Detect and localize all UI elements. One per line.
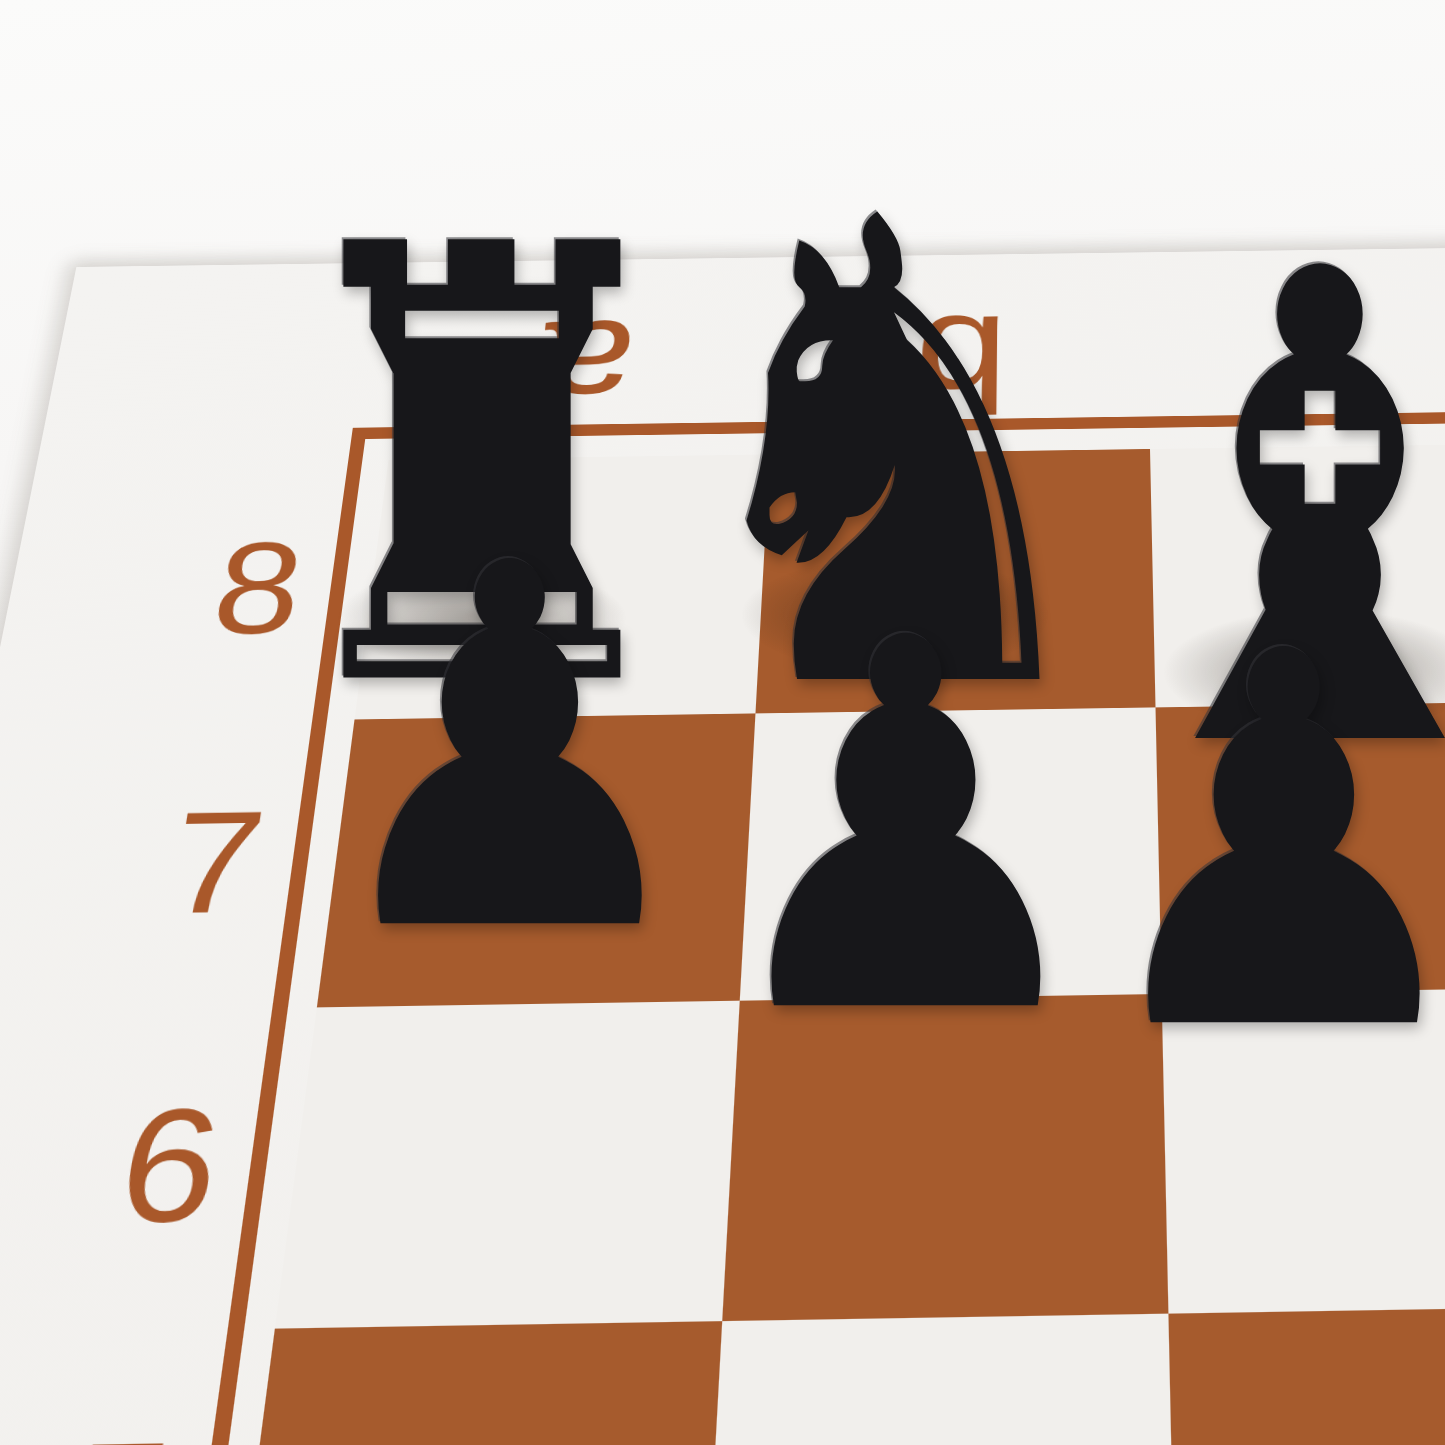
square-a5[interactable] xyxy=(228,1321,723,1445)
rank-label-5: 5 xyxy=(0,1329,275,1445)
square-b5[interactable] xyxy=(703,1314,1177,1445)
chessboard-photo: a b 8 7 6 5 xyxy=(0,0,1445,1445)
piece-black-pawn-c7[interactable]: ♟ xyxy=(976,586,1445,1101)
square-c5[interactable] xyxy=(1168,1306,1445,1445)
